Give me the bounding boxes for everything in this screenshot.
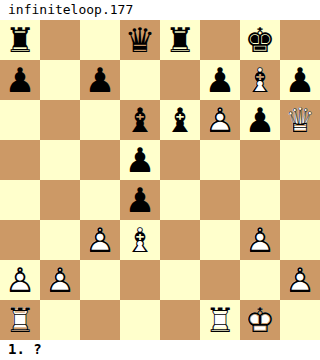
square-b7[interactable] (40, 60, 80, 100)
white-pawn-icon: ♙ (40, 260, 80, 300)
white-pawn-icon: ♙ (80, 220, 120, 260)
black-pawn-icon: ♟ (240, 100, 280, 140)
square-h8[interactable] (280, 20, 320, 60)
square-d3[interactable]: ♝♗ (120, 220, 160, 260)
square-a1[interactable]: ♜♖ (0, 300, 40, 340)
black-pawn-icon: ♟ (80, 60, 120, 100)
black-pawn-icon: ♟ (120, 180, 160, 220)
white-pawn-icon: ♙ (0, 260, 40, 300)
black-rook-icon: ♜ (160, 20, 200, 60)
piece-white-king[interactable]: ♚♔ (240, 300, 280, 340)
white-rook-icon: ♖ (0, 300, 40, 340)
white-pawn-icon: ♙ (200, 100, 240, 140)
white-pawn-icon: ♙ (240, 220, 280, 260)
square-c1[interactable] (80, 300, 120, 340)
black-rook-icon: ♜ (0, 20, 40, 60)
piece-white-rook[interactable]: ♜♖ (200, 300, 240, 340)
piece-black-pawn[interactable]: ♟ (0, 60, 40, 100)
black-pawn-icon: ♟ (0, 60, 40, 100)
piece-black-pawn[interactable]: ♟ (120, 140, 160, 180)
square-b2[interactable]: ♟♙ (40, 260, 80, 300)
square-c6[interactable] (80, 100, 120, 140)
piece-black-pawn[interactable]: ♟ (240, 100, 280, 140)
piece-white-pawn[interactable]: ♟♙ (280, 260, 320, 300)
square-h5[interactable] (280, 140, 320, 180)
piece-black-rook[interactable]: ♜ (160, 20, 200, 60)
square-e8[interactable]: ♜ (160, 20, 200, 60)
piece-white-bishop[interactable]: ♝♗ (120, 220, 160, 260)
square-e1[interactable] (160, 300, 200, 340)
white-bishop-icon: ♗ (240, 60, 280, 100)
square-d8[interactable]: ♛ (120, 20, 160, 60)
white-queen-icon: ♕ (280, 100, 320, 140)
square-a6[interactable] (0, 100, 40, 140)
piece-black-rook[interactable]: ♜ (0, 20, 40, 60)
piece-black-king[interactable]: ♚ (240, 20, 280, 60)
piece-white-pawn[interactable]: ♟♙ (200, 100, 240, 140)
square-g7[interactable]: ♝♗ (240, 60, 280, 100)
square-c3[interactable]: ♟♙ (80, 220, 120, 260)
square-f6[interactable]: ♟♙ (200, 100, 240, 140)
square-f2[interactable] (200, 260, 240, 300)
square-h2[interactable]: ♟♙ (280, 260, 320, 300)
black-pawn-icon: ♟ (280, 60, 320, 100)
square-a7[interactable]: ♟ (0, 60, 40, 100)
square-g4[interactable] (240, 180, 280, 220)
square-b8[interactable] (40, 20, 80, 60)
piece-white-rook[interactable]: ♜♖ (0, 300, 40, 340)
white-pawn-icon: ♙ (280, 260, 320, 300)
piece-black-bishop[interactable]: ♝ (160, 100, 200, 140)
square-g1[interactable]: ♚♔ (240, 300, 280, 340)
piece-black-pawn[interactable]: ♟ (80, 60, 120, 100)
square-e2[interactable] (160, 260, 200, 300)
square-f1[interactable]: ♜♖ (200, 300, 240, 340)
black-bishop-icon: ♝ (120, 100, 160, 140)
square-e3[interactable] (160, 220, 200, 260)
chess-diagram-page: infiniteloop.177 ♜♛♜♚♟♟♟♝♗♟♝♝♟♙♟♛♕♟♟♟♙♝♗… (0, 0, 320, 360)
square-d4[interactable]: ♟ (120, 180, 160, 220)
piece-black-bishop[interactable]: ♝ (120, 100, 160, 140)
square-c5[interactable] (80, 140, 120, 180)
piece-white-pawn[interactable]: ♟♙ (0, 260, 40, 300)
piece-white-pawn[interactable]: ♟♙ (80, 220, 120, 260)
white-king-icon: ♔ (240, 300, 280, 340)
black-bishop-icon: ♝ (160, 100, 200, 140)
square-a5[interactable] (0, 140, 40, 180)
piece-black-pawn[interactable]: ♟ (120, 180, 160, 220)
square-e7[interactable] (160, 60, 200, 100)
white-rook-icon: ♖ (200, 300, 240, 340)
piece-white-pawn[interactable]: ♟♙ (40, 260, 80, 300)
square-e5[interactable] (160, 140, 200, 180)
square-a3[interactable] (0, 220, 40, 260)
white-bishop-icon: ♗ (120, 220, 160, 260)
black-pawn-icon: ♟ (120, 140, 160, 180)
piece-black-queen[interactable]: ♛ (120, 20, 160, 60)
square-f8[interactable] (200, 20, 240, 60)
chess-board: ♜♛♜♚♟♟♟♝♗♟♝♝♟♙♟♛♕♟♟♟♙♝♗♟♙♟♙♟♙♟♙♜♖♜♖♚♔ (0, 20, 320, 340)
square-b6[interactable] (40, 100, 80, 140)
square-b4[interactable] (40, 180, 80, 220)
square-c8[interactable] (80, 20, 120, 60)
square-a4[interactable] (0, 180, 40, 220)
square-c4[interactable] (80, 180, 120, 220)
square-h1[interactable] (280, 300, 320, 340)
square-c7[interactable]: ♟ (80, 60, 120, 100)
square-a2[interactable]: ♟♙ (0, 260, 40, 300)
square-h4[interactable] (280, 180, 320, 220)
square-b3[interactable] (40, 220, 80, 260)
square-d7[interactable] (120, 60, 160, 100)
square-g8[interactable]: ♚ (240, 20, 280, 60)
square-b1[interactable] (40, 300, 80, 340)
square-d5[interactable]: ♟ (120, 140, 160, 180)
square-d1[interactable] (120, 300, 160, 340)
square-f7[interactable]: ♟ (200, 60, 240, 100)
square-b5[interactable] (40, 140, 80, 180)
square-f5[interactable] (200, 140, 240, 180)
square-e6[interactable]: ♝ (160, 100, 200, 140)
piece-white-pawn[interactable]: ♟♙ (240, 220, 280, 260)
square-h7[interactable]: ♟ (280, 60, 320, 100)
square-c2[interactable] (80, 260, 120, 300)
move-prompt: 1. ? (0, 340, 320, 360)
square-e4[interactable] (160, 180, 200, 220)
square-h6[interactable]: ♛♕ (280, 100, 320, 140)
square-g3[interactable]: ♟♙ (240, 220, 280, 260)
square-a8[interactable]: ♜ (0, 20, 40, 60)
square-g6[interactable]: ♟ (240, 100, 280, 140)
square-h3[interactable] (280, 220, 320, 260)
black-king-icon: ♚ (240, 20, 280, 60)
square-g5[interactable] (240, 140, 280, 180)
square-f4[interactable] (200, 180, 240, 220)
black-pawn-icon: ♟ (200, 60, 240, 100)
page-title: infiniteloop.177 (0, 0, 320, 20)
square-g2[interactable] (240, 260, 280, 300)
piece-black-pawn[interactable]: ♟ (280, 60, 320, 100)
square-d2[interactable] (120, 260, 160, 300)
black-queen-icon: ♛ (120, 20, 160, 60)
square-d6[interactable]: ♝ (120, 100, 160, 140)
piece-black-pawn[interactable]: ♟ (200, 60, 240, 100)
square-f3[interactable] (200, 220, 240, 260)
piece-white-queen[interactable]: ♛♕ (280, 100, 320, 140)
piece-white-bishop[interactable]: ♝♗ (240, 60, 280, 100)
